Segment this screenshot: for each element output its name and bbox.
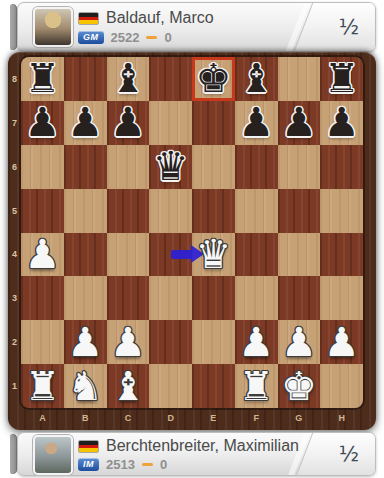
file-labels: ABCDEFGH xyxy=(21,408,363,430)
adjacent-card-edge-bottom xyxy=(10,434,17,474)
square-b2[interactable]: ♟ xyxy=(64,320,107,364)
square-a3[interactable] xyxy=(21,276,64,320)
player-name-white: Berchtenbreiter, Maximilian xyxy=(106,437,299,455)
broadcast-board-tile: Baldauf, Marco GM 2522 0 ½ 87654321 ABCD… xyxy=(0,0,384,478)
square-h6[interactable] xyxy=(320,145,363,189)
black-pawn-f7[interactable]: ♟ xyxy=(238,101,274,144)
germany-flag-icon xyxy=(78,12,99,25)
square-e6[interactable] xyxy=(192,145,235,189)
board-squares: ♜♝♚♝♜♟♟♟♟♟♟♛♟♛♟♟♟♟♟♜♞♝♜♚ xyxy=(21,57,363,408)
square-a4[interactable]: ♟ xyxy=(21,233,64,277)
square-h3[interactable] xyxy=(320,276,363,320)
square-h7[interactable]: ♟ xyxy=(320,101,363,145)
file-label-b: B xyxy=(64,408,107,430)
square-f4[interactable] xyxy=(235,233,278,277)
white-pawn-g2[interactable]: ♟ xyxy=(281,321,317,364)
square-e4[interactable]: ♛ xyxy=(192,233,235,277)
square-g1[interactable]: ♚ xyxy=(278,364,321,408)
white-rook-f1[interactable]: ♜ xyxy=(238,365,274,408)
file-label-d: D xyxy=(149,408,192,430)
file-label-e: E xyxy=(192,408,235,430)
file-label-h: H xyxy=(320,408,363,430)
white-queen-e4[interactable]: ♛ xyxy=(195,233,231,276)
square-g3[interactable] xyxy=(278,276,321,320)
square-d1[interactable] xyxy=(149,364,192,408)
square-a6[interactable] xyxy=(21,145,64,189)
square-a2[interactable] xyxy=(21,320,64,364)
file-label-f: F xyxy=(235,408,278,430)
black-pawn-b7[interactable]: ♟ xyxy=(67,101,103,144)
rank-labels: 87654321 xyxy=(8,57,21,408)
square-c5[interactable] xyxy=(107,189,150,233)
square-b7[interactable]: ♟ xyxy=(64,101,107,145)
square-h8[interactable]: ♜ xyxy=(320,57,363,101)
square-f6[interactable] xyxy=(235,145,278,189)
square-c3[interactable] xyxy=(107,276,150,320)
square-g6[interactable] xyxy=(278,145,321,189)
square-b4[interactable] xyxy=(64,233,107,277)
white-pawn-c2[interactable]: ♟ xyxy=(110,321,146,364)
square-e8[interactable]: ♚ xyxy=(192,57,235,101)
square-c8[interactable]: ♝ xyxy=(107,57,150,101)
square-e7[interactable] xyxy=(192,101,235,145)
match-score-black: ½ xyxy=(339,15,359,39)
white-pawn-b2[interactable]: ♟ xyxy=(67,321,103,364)
square-c7[interactable]: ♟ xyxy=(107,101,150,145)
title-badge-gm: GM xyxy=(78,31,104,44)
file-label-g: G xyxy=(278,408,321,430)
square-f7[interactable]: ♟ xyxy=(235,101,278,145)
square-f5[interactable] xyxy=(235,189,278,233)
black-pawn-g7[interactable]: ♟ xyxy=(281,101,317,144)
square-h5[interactable] xyxy=(320,189,363,233)
square-b5[interactable] xyxy=(64,189,107,233)
square-c4[interactable] xyxy=(107,233,150,277)
white-knight-b1[interactable]: ♞ xyxy=(67,365,103,408)
rank-label-1: 1 xyxy=(8,364,21,408)
square-c2[interactable]: ♟ xyxy=(107,320,150,364)
square-d5[interactable] xyxy=(149,189,192,233)
square-d7[interactable] xyxy=(149,101,192,145)
black-queen-d6[interactable]: ♛ xyxy=(153,145,189,188)
file-label-a: A xyxy=(21,408,64,430)
square-e5[interactable] xyxy=(192,189,235,233)
player-card-black: Baldauf, Marco GM 2522 0 ½ xyxy=(17,2,376,52)
square-a8[interactable]: ♜ xyxy=(21,57,64,101)
square-g5[interactable] xyxy=(278,189,321,233)
white-bishop-c1[interactable]: ♝ xyxy=(110,365,146,408)
black-pawn-c7[interactable]: ♟ xyxy=(110,101,146,144)
black-rook-h8[interactable]: ♜ xyxy=(324,57,360,100)
white-rook-a1[interactable]: ♜ xyxy=(24,365,60,408)
black-pawn-a7[interactable]: ♟ xyxy=(24,101,60,144)
square-b3[interactable] xyxy=(64,276,107,320)
rank-label-4: 4 xyxy=(8,233,21,277)
avatar-black-player xyxy=(33,7,73,47)
avatar-white-player xyxy=(33,435,73,475)
square-d6[interactable]: ♛ xyxy=(149,145,192,189)
title-badge-im: IM xyxy=(78,458,99,471)
file-label-c: C xyxy=(107,408,150,430)
black-pawn-h7[interactable]: ♟ xyxy=(324,101,360,144)
material-dash-icon xyxy=(146,36,157,39)
square-g4[interactable] xyxy=(278,233,321,277)
white-king-g1[interactable]: ♚ xyxy=(281,365,317,408)
square-f1[interactable]: ♜ xyxy=(235,364,278,408)
square-e3[interactable] xyxy=(192,276,235,320)
germany-flag-icon xyxy=(78,440,99,453)
square-b6[interactable] xyxy=(64,145,107,189)
rank-label-6: 6 xyxy=(8,145,21,189)
black-rook-a8[interactable]: ♜ xyxy=(24,57,60,100)
square-h1[interactable] xyxy=(320,364,363,408)
rank-label-2: 2 xyxy=(8,320,21,364)
white-pawn-a4[interactable]: ♟ xyxy=(24,233,60,276)
material-score-white: 0 xyxy=(160,457,167,472)
square-e1[interactable] xyxy=(192,364,235,408)
square-a5[interactable] xyxy=(21,189,64,233)
rank-label-8: 8 xyxy=(8,57,21,101)
match-score-white: ½ xyxy=(339,442,359,466)
square-f3[interactable] xyxy=(235,276,278,320)
material-dash-icon xyxy=(142,463,153,466)
square-d8[interactable] xyxy=(149,57,192,101)
square-g7[interactable]: ♟ xyxy=(278,101,321,145)
square-a1[interactable]: ♜ xyxy=(21,364,64,408)
rank-label-5: 5 xyxy=(8,189,21,233)
last-move-arrow-line xyxy=(171,250,193,259)
square-g2[interactable]: ♟ xyxy=(278,320,321,364)
square-h2[interactable]: ♟ xyxy=(320,320,363,364)
black-king-e8[interactable]: ♚ xyxy=(195,57,231,100)
square-h4[interactable] xyxy=(320,233,363,277)
black-bishop-f8[interactable]: ♝ xyxy=(238,57,274,100)
chess-board[interactable]: 87654321 ABCDEFGH ♜♝♚♝♜♟♟♟♟♟♟♛♟♛♟♟♟♟♟♜♞♝… xyxy=(8,52,376,430)
white-pawn-h2[interactable]: ♟ xyxy=(324,321,360,364)
square-d2[interactable] xyxy=(149,320,192,364)
square-b8[interactable] xyxy=(64,57,107,101)
square-f8[interactable]: ♝ xyxy=(235,57,278,101)
square-e2[interactable] xyxy=(192,320,235,364)
square-g8[interactable] xyxy=(278,57,321,101)
player-card-white: Berchtenbreiter, Maximilian IM 2513 0 ½ xyxy=(17,432,376,476)
rating-white: 2513 xyxy=(106,457,135,472)
rating-black: 2522 xyxy=(111,30,140,45)
player-name-black: Baldauf, Marco xyxy=(106,9,214,27)
adjacent-card-edge-top xyxy=(10,4,17,50)
square-b1[interactable]: ♞ xyxy=(64,364,107,408)
square-c1[interactable]: ♝ xyxy=(107,364,150,408)
square-c6[interactable] xyxy=(107,145,150,189)
material-score-black: 0 xyxy=(164,30,171,45)
square-a7[interactable]: ♟ xyxy=(21,101,64,145)
white-pawn-f2[interactable]: ♟ xyxy=(238,321,274,364)
square-f2[interactable]: ♟ xyxy=(235,320,278,364)
rank-label-7: 7 xyxy=(8,101,21,145)
square-d3[interactable] xyxy=(149,276,192,320)
black-bishop-c8[interactable]: ♝ xyxy=(110,57,146,100)
rank-label-3: 3 xyxy=(8,276,21,320)
